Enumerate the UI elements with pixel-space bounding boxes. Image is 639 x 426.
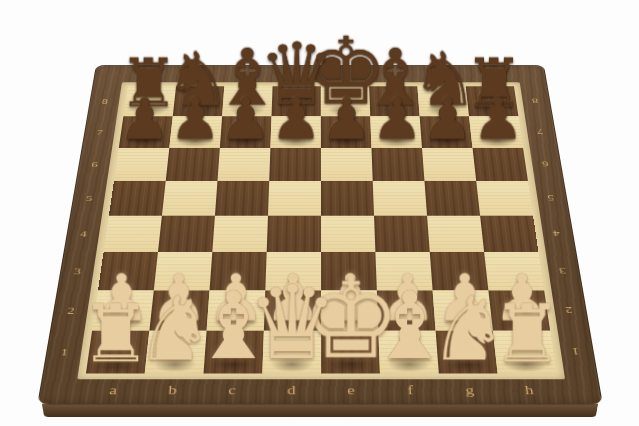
piece-black-pawn-f7[interactable]: ♟ (371, 92, 422, 146)
square-h1[interactable]: ♜ (493, 331, 557, 374)
rank-label-left-5: 5 (71, 181, 107, 216)
piece-black-pawn-a7[interactable]: ♟ (119, 92, 170, 146)
square-f6[interactable] (371, 148, 424, 181)
file-labels-bottom: abcdefgh (81, 378, 560, 404)
square-a1[interactable]: ♜ (86, 331, 149, 374)
piece-black-pawn-b7[interactable]: ♟ (169, 92, 220, 146)
square-c7[interactable]: ♟ (220, 116, 272, 148)
square-h5[interactable] (476, 181, 533, 216)
file-label-h: h (498, 378, 561, 404)
board-maple-inlay: ♜♞♝♛♚♝♞♜♟♟♟♟♟♟♟♟♟♟♟♟♟♟♟♟♜♞♝♛♚♝♞♜ (77, 82, 565, 379)
piece-black-pawn-e7[interactable]: ♟ (321, 92, 372, 146)
square-g5[interactable] (424, 181, 480, 216)
square-d5[interactable] (268, 181, 321, 216)
chess-board: ♜♞♝♛♚♝♞♜♟♟♟♟♟♟♟♟♟♟♟♟♟♟♟♟♜♞♝♛♚♝♞♜ (86, 86, 557, 373)
file-label-c: c (201, 378, 262, 404)
rank-label-right-4: 4 (538, 216, 575, 252)
square-h4[interactable] (480, 216, 538, 252)
chess-board-frame: 87654321 87654321 abcdefgh ♜♞♝♛♚♝♞♜♟♟♟♟♟… (37, 65, 603, 405)
square-c4[interactable] (212, 216, 268, 252)
file-label-g: g (439, 378, 501, 404)
square-b5[interactable] (162, 181, 218, 216)
square-d4[interactable] (267, 216, 321, 252)
square-d6[interactable] (269, 148, 321, 181)
file-label-f: f (380, 378, 441, 404)
piece-black-pawn-g7[interactable]: ♟ (422, 92, 473, 146)
square-h7[interactable]: ♟ (469, 116, 523, 148)
file-label-b: b (141, 378, 203, 404)
square-e7[interactable]: ♟ (321, 116, 372, 148)
square-b4[interactable] (158, 216, 215, 252)
rank-label-left-8: 8 (88, 86, 121, 116)
square-d7[interactable]: ♟ (270, 116, 321, 148)
square-f7[interactable]: ♟ (370, 116, 422, 148)
square-a6[interactable] (114, 148, 169, 181)
square-f5[interactable] (373, 181, 427, 216)
square-c5[interactable] (215, 181, 269, 216)
piece-white-rook-a1[interactable]: ♜ (80, 296, 152, 372)
rank-label-right-5: 5 (533, 181, 569, 216)
square-e5[interactable] (321, 181, 374, 216)
square-e6[interactable] (321, 148, 373, 181)
piece-black-pawn-c7[interactable]: ♟ (220, 92, 271, 146)
piece-white-rook-h1[interactable]: ♜ (491, 296, 563, 372)
rank-label-left-3: 3 (58, 252, 96, 290)
square-g1[interactable]: ♞ (436, 331, 498, 374)
scene: 87654321 87654321 abcdefgh ♜♞♝♛♚♝♞♜♟♟♟♟♟… (0, 0, 639, 426)
square-h6[interactable] (473, 148, 528, 181)
file-label-e: e (321, 378, 381, 404)
square-b6[interactable] (166, 148, 220, 181)
file-label-d: d (261, 378, 321, 404)
rank-label-left-1: 1 (44, 331, 85, 374)
board-front-edge (42, 404, 598, 417)
rank-label-left-7: 7 (83, 116, 117, 148)
square-b1[interactable]: ♞ (145, 331, 207, 374)
rank-label-left-4: 4 (65, 216, 102, 252)
square-d1[interactable]: ♛ (262, 331, 321, 374)
rank-label-right-6: 6 (528, 148, 563, 181)
piece-black-pawn-h7[interactable]: ♟ (472, 92, 523, 146)
square-a5[interactable] (109, 181, 166, 216)
file-label-a: a (81, 378, 144, 404)
square-f4[interactable] (374, 216, 430, 252)
square-c6[interactable] (217, 148, 270, 181)
square-g6[interactable] (422, 148, 476, 181)
square-a7[interactable]: ♟ (119, 116, 173, 148)
square-g7[interactable]: ♟ (420, 116, 473, 148)
board-perspective-tilt: 87654321 87654321 abcdefgh ♜♞♝♛♚♝♞♜♟♟♟♟♟… (37, 65, 603, 405)
square-a4[interactable] (104, 216, 162, 252)
square-g4[interactable] (427, 216, 484, 252)
square-b7[interactable]: ♟ (169, 116, 222, 148)
rank-label-left-6: 6 (77, 148, 112, 181)
piece-white-queen-d1[interactable]: ♛ (246, 275, 337, 372)
square-e4[interactable] (321, 216, 375, 252)
rank-label-right-7: 7 (523, 116, 557, 148)
piece-black-pawn-d7[interactable]: ♟ (270, 92, 321, 146)
